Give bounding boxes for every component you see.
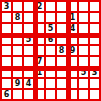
cell-r2c1[interactable] [2, 13, 11, 22]
cell-r4c3[interactable]: 5 [24, 35, 33, 44]
cell-r7c1[interactable] [2, 68, 11, 77]
cell-r5c8[interactable] [79, 46, 88, 55]
cell-r1c1[interactable]: 3 [2, 2, 11, 11]
cell-r8c7[interactable] [68, 79, 77, 88]
cell-r7c3[interactable] [24, 68, 33, 77]
cell-r2c6[interactable] [57, 13, 66, 22]
cell-r9c6[interactable] [57, 90, 66, 99]
cell-r8c6[interactable] [57, 79, 66, 88]
cell-r8c8[interactable] [79, 79, 88, 88]
cell-r4c1[interactable] [2, 35, 11, 44]
cell-r5c5[interactable] [46, 46, 55, 55]
cell-r3c6[interactable] [57, 24, 66, 33]
cell-r4c6[interactable] [57, 35, 66, 44]
cell-r8c3[interactable]: 4 [24, 79, 33, 88]
cell-r3c9[interactable] [90, 24, 99, 33]
cell-r1c9[interactable] [90, 2, 99, 11]
cell-r7c7[interactable] [68, 68, 77, 77]
cell-r9c9[interactable] [90, 90, 99, 99]
cell-r5c6[interactable]: 8 [57, 46, 66, 55]
cell-r7c9[interactable]: 3 [90, 68, 99, 77]
cell-r8c9[interactable] [90, 79, 99, 88]
cell-r6c2[interactable] [13, 57, 22, 66]
cell-r9c3[interactable] [24, 90, 33, 99]
cell-r8c2[interactable]: 9 [13, 79, 22, 88]
cell-r3c5[interactable]: 5 [46, 24, 55, 33]
cell-r2c9[interactable] [90, 13, 99, 22]
cell-r9c4[interactable] [35, 90, 44, 99]
cell-r2c5[interactable] [46, 13, 55, 22]
sudoku-board: 32815456897153946 [0, 0, 101, 101]
cell-r5c9[interactable] [90, 46, 99, 55]
cell-r3c2[interactable] [13, 24, 22, 33]
cell-r4c8[interactable] [79, 35, 88, 44]
cell-r6c1[interactable] [2, 57, 11, 66]
cell-r9c7[interactable] [68, 90, 77, 99]
cell-r8c1[interactable] [2, 79, 11, 88]
cell-r5c3[interactable] [24, 46, 33, 55]
cell-r3c7[interactable]: 4 [68, 24, 77, 33]
cell-r8c5[interactable] [46, 79, 55, 88]
cell-r7c2[interactable] [13, 68, 22, 77]
cell-r3c3[interactable] [24, 24, 33, 33]
cell-r1c7[interactable] [68, 2, 77, 11]
cell-r4c9[interactable] [90, 35, 99, 44]
cell-r4c2[interactable] [13, 35, 22, 44]
cell-r7c4[interactable]: 1 [35, 68, 44, 77]
cell-r6c9[interactable] [90, 57, 99, 66]
cell-r1c8[interactable] [79, 2, 88, 11]
cell-r5c1[interactable] [2, 46, 11, 55]
cell-r1c4[interactable]: 2 [35, 2, 44, 11]
cell-r2c2[interactable]: 8 [13, 13, 22, 22]
cell-r2c4[interactable] [35, 13, 44, 22]
cell-r6c3[interactable] [24, 57, 33, 66]
cell-r9c8[interactable] [79, 90, 88, 99]
cell-r3c8[interactable] [79, 24, 88, 33]
cell-r6c5[interactable] [46, 57, 55, 66]
cell-r7c6[interactable] [57, 68, 66, 77]
cell-r4c7[interactable] [68, 35, 77, 44]
cell-r7c5[interactable] [46, 68, 55, 77]
cell-r9c2[interactable] [13, 90, 22, 99]
cell-r6c7[interactable] [68, 57, 77, 66]
cell-r6c6[interactable] [57, 57, 66, 66]
cell-r5c7[interactable]: 9 [68, 46, 77, 55]
cell-r4c5[interactable]: 6 [46, 35, 55, 44]
cell-r1c6[interactable] [57, 2, 66, 11]
cell-r5c2[interactable] [13, 46, 22, 55]
cell-r2c3[interactable] [24, 13, 33, 22]
cell-r5c4[interactable] [35, 46, 44, 55]
cell-r7c8[interactable]: 5 [79, 68, 88, 77]
cell-r4c4[interactable] [35, 35, 44, 44]
cell-r2c7[interactable]: 1 [68, 13, 77, 22]
cell-r8c4[interactable] [35, 79, 44, 88]
cell-r3c4[interactable] [35, 24, 44, 33]
cell-r1c3[interactable] [24, 2, 33, 11]
cell-r9c5[interactable] [46, 90, 55, 99]
cell-r2c8[interactable] [79, 13, 88, 22]
cell-r9c1[interactable]: 6 [2, 90, 11, 99]
cell-r1c5[interactable] [46, 2, 55, 11]
cell-r6c4[interactable]: 7 [35, 57, 44, 66]
cell-r3c1[interactable] [2, 24, 11, 33]
cell-r1c2[interactable] [13, 2, 22, 11]
cell-r6c8[interactable] [79, 57, 88, 66]
